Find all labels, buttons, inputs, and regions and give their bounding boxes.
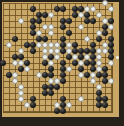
white-stone	[108, 60, 114, 66]
white-stone	[108, 24, 114, 30]
white-stone	[108, 78, 114, 84]
go-board[interactable]	[2, 2, 119, 117]
black-stone	[60, 108, 66, 114]
white-stone	[108, 6, 114, 12]
board-frame	[0, 0, 124, 126]
edge-marker-dot	[116, 56, 119, 59]
